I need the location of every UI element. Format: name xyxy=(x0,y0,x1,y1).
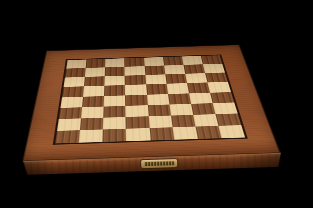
square-d4 xyxy=(125,95,147,106)
square-g2 xyxy=(193,114,218,126)
square-c4 xyxy=(104,95,126,106)
square-b1 xyxy=(79,129,103,142)
square-e1 xyxy=(149,127,174,140)
square-c1 xyxy=(103,129,127,142)
square-b3 xyxy=(81,106,104,118)
square-f2 xyxy=(171,115,196,127)
square-h1 xyxy=(218,125,245,138)
square-a1 xyxy=(55,130,80,143)
square-d3 xyxy=(126,105,149,117)
square-e3 xyxy=(147,104,170,116)
square-g5 xyxy=(187,83,210,94)
square-g1 xyxy=(195,126,221,139)
board-top-face xyxy=(22,45,280,161)
square-h2 xyxy=(215,113,241,125)
square-h5 xyxy=(207,82,231,93)
square-a2 xyxy=(57,118,81,131)
square-e4 xyxy=(147,94,170,105)
square-d5 xyxy=(125,85,146,96)
square-b2 xyxy=(80,118,103,131)
square-e2 xyxy=(148,115,172,128)
square-g4 xyxy=(189,93,213,104)
board-grid xyxy=(55,55,245,143)
chessboard-product-photo xyxy=(0,0,313,208)
square-f3 xyxy=(169,104,193,116)
square-d1 xyxy=(126,128,150,141)
square-a3 xyxy=(59,107,82,119)
square-b4 xyxy=(82,96,104,107)
square-h3 xyxy=(212,102,237,114)
square-e5 xyxy=(146,84,168,95)
square-d2 xyxy=(126,116,149,129)
square-h4 xyxy=(210,92,234,103)
plaque-engraving xyxy=(144,161,174,166)
square-a4 xyxy=(60,96,83,107)
board-perspective-wrapper xyxy=(33,0,261,208)
square-f1 xyxy=(172,126,197,139)
square-c5 xyxy=(104,85,125,96)
square-c2 xyxy=(103,117,126,130)
playing-area xyxy=(53,54,248,144)
square-c3 xyxy=(104,106,126,118)
square-g3 xyxy=(191,103,216,115)
brand-plaque xyxy=(141,159,177,168)
chessboard xyxy=(33,0,261,208)
square-f4 xyxy=(168,93,191,104)
